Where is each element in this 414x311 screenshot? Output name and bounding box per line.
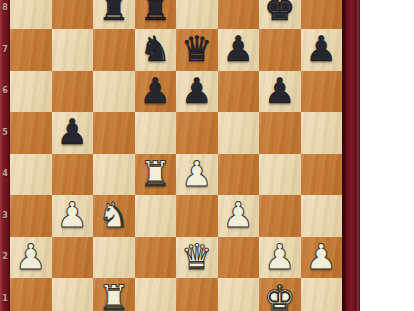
black-rook[interactable]: ♜ <box>140 0 171 29</box>
square-b7[interactable] <box>52 29 94 71</box>
square-d6[interactable]: ♟ <box>135 71 177 113</box>
black-queen[interactable]: ♛ <box>181 29 212 71</box>
rank-label-2: 2 <box>0 252 10 262</box>
square-c6[interactable] <box>93 71 135 113</box>
white-pawn[interactable]: ♟ <box>306 237 337 279</box>
square-g8[interactable]: ♚ <box>259 0 301 29</box>
square-c5[interactable] <box>93 112 135 154</box>
square-a7[interactable] <box>10 29 52 71</box>
square-e6[interactable]: ♟ <box>176 71 218 113</box>
square-h4[interactable] <box>301 154 343 196</box>
square-f1[interactable] <box>218 278 260 311</box>
rank-label-8: 8 <box>0 3 10 13</box>
square-c8[interactable]: ♜ <box>93 0 135 29</box>
square-f8[interactable] <box>218 0 260 29</box>
square-h8[interactable] <box>301 0 343 29</box>
square-b4[interactable] <box>52 154 94 196</box>
black-king[interactable]: ♚ <box>264 0 295 29</box>
square-g1[interactable]: ♚ <box>259 278 301 311</box>
square-g5[interactable] <box>259 112 301 154</box>
square-e5[interactable] <box>176 112 218 154</box>
square-d2[interactable] <box>135 237 177 279</box>
square-d1[interactable] <box>135 278 177 311</box>
square-f3[interactable]: ♟ <box>218 195 260 237</box>
square-a8[interactable] <box>10 0 52 29</box>
square-d3[interactable] <box>135 195 177 237</box>
square-f7[interactable]: ♟ <box>218 29 260 71</box>
rank-label-5: 5 <box>0 128 10 138</box>
square-e2[interactable]: ♛ <box>176 237 218 279</box>
square-a6[interactable] <box>10 71 52 113</box>
square-e3[interactable] <box>176 195 218 237</box>
square-a5[interactable] <box>10 112 52 154</box>
square-d7[interactable]: ♞ <box>135 29 177 71</box>
black-pawn[interactable]: ♟ <box>181 71 212 113</box>
rank-label-7: 7 <box>0 45 10 55</box>
square-f4[interactable] <box>218 154 260 196</box>
black-pawn[interactable]: ♟ <box>140 71 171 113</box>
square-b5[interactable]: ♟ <box>52 112 94 154</box>
square-c7[interactable] <box>93 29 135 71</box>
black-knight[interactable]: ♞ <box>140 29 171 71</box>
rank-label-6: 6 <box>0 86 10 96</box>
black-rook[interactable]: ♜ <box>98 0 129 29</box>
square-h1[interactable] <box>301 278 343 311</box>
white-pawn[interactable]: ♟ <box>15 237 46 279</box>
square-c3[interactable]: ♞ <box>93 195 135 237</box>
square-c4[interactable] <box>93 154 135 196</box>
square-g7[interactable] <box>259 29 301 71</box>
black-pawn[interactable]: ♟ <box>223 29 254 71</box>
board-grid: ♜♜♚♞♛♟♟♟♟♟♟♜♟♟♞♟♟♛♟♟♜♚ <box>10 0 342 311</box>
rank-label-4: 4 <box>0 169 10 179</box>
rank-label-1: 1 <box>0 294 10 304</box>
square-h3[interactable] <box>301 195 343 237</box>
rank-label-3: 3 <box>0 211 10 221</box>
square-g2[interactable]: ♟ <box>259 237 301 279</box>
square-c1[interactable]: ♜ <box>93 278 135 311</box>
square-e4[interactable]: ♟ <box>176 154 218 196</box>
black-pawn[interactable]: ♟ <box>264 71 295 113</box>
white-knight[interactable]: ♞ <box>98 195 129 237</box>
chess-diagram: 87654321 ♜♜♚♞♛♟♟♟♟♟♟♜♟♟♞♟♟♛♟♟♜♚ <box>0 0 414 311</box>
white-pawn[interactable]: ♟ <box>57 195 88 237</box>
square-d4[interactable]: ♜ <box>135 154 177 196</box>
square-g4[interactable] <box>259 154 301 196</box>
white-queen[interactable]: ♛ <box>181 237 212 279</box>
rank-ruler: 87654321 <box>0 0 10 311</box>
square-b1[interactable] <box>52 278 94 311</box>
board-frame-right <box>342 0 360 311</box>
square-b8[interactable] <box>52 0 94 29</box>
square-e8[interactable] <box>176 0 218 29</box>
square-b6[interactable] <box>52 71 94 113</box>
square-h2[interactable]: ♟ <box>301 237 343 279</box>
square-g6[interactable]: ♟ <box>259 71 301 113</box>
square-a4[interactable] <box>10 154 52 196</box>
square-a3[interactable] <box>10 195 52 237</box>
square-f6[interactable] <box>218 71 260 113</box>
square-b2[interactable] <box>52 237 94 279</box>
square-b3[interactable]: ♟ <box>52 195 94 237</box>
black-pawn[interactable]: ♟ <box>57 112 88 154</box>
square-a2[interactable]: ♟ <box>10 237 52 279</box>
square-e1[interactable] <box>176 278 218 311</box>
white-pawn[interactable]: ♟ <box>223 195 254 237</box>
square-e7[interactable]: ♛ <box>176 29 218 71</box>
black-pawn[interactable]: ♟ <box>306 29 337 71</box>
white-pawn[interactable]: ♟ <box>264 237 295 279</box>
square-d8[interactable]: ♜ <box>135 0 177 29</box>
white-rook[interactable]: ♜ <box>140 154 171 196</box>
white-king[interactable]: ♚ <box>264 278 295 311</box>
square-h5[interactable] <box>301 112 343 154</box>
square-f2[interactable] <box>218 237 260 279</box>
square-c2[interactable] <box>93 237 135 279</box>
white-pawn[interactable]: ♟ <box>181 154 212 196</box>
square-g3[interactable] <box>259 195 301 237</box>
white-rook[interactable]: ♜ <box>98 278 129 311</box>
square-h7[interactable]: ♟ <box>301 29 343 71</box>
square-a1[interactable] <box>10 278 52 311</box>
square-f5[interactable] <box>218 112 260 154</box>
square-d5[interactable] <box>135 112 177 154</box>
square-h6[interactable] <box>301 71 343 113</box>
